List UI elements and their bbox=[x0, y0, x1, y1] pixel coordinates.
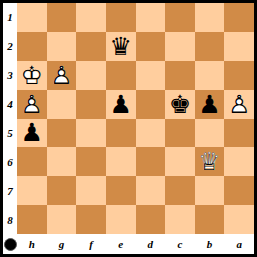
square-b4[interactable]: ♟ bbox=[195, 90, 225, 119]
square-a2[interactable] bbox=[224, 32, 254, 61]
square-e8[interactable] bbox=[106, 205, 136, 234]
white-pawn-glyph: ♙ bbox=[17, 90, 47, 119]
square-g2[interactable] bbox=[47, 32, 77, 61]
square-b6[interactable]: ♛♕ bbox=[195, 147, 225, 176]
white-pawn-piece: ♟♙ bbox=[17, 90, 47, 119]
file-label-d: d bbox=[136, 234, 166, 254]
square-d2[interactable] bbox=[136, 32, 166, 61]
square-a4[interactable]: ♟♙ bbox=[224, 90, 254, 119]
rank-label-7: 7 bbox=[3, 176, 17, 205]
white-pawn-piece: ♟♙ bbox=[47, 61, 77, 90]
square-h3[interactable]: ♚♔ bbox=[17, 61, 47, 90]
white-pawn-piece: ♟♙ bbox=[224, 90, 254, 119]
square-d6[interactable] bbox=[136, 147, 166, 176]
square-g8[interactable] bbox=[47, 205, 77, 234]
square-e1[interactable] bbox=[106, 3, 136, 32]
square-b8[interactable] bbox=[195, 205, 225, 234]
square-c4[interactable]: ♚ bbox=[165, 90, 195, 119]
square-g5[interactable] bbox=[47, 119, 77, 148]
black-queen-glyph: ♛ bbox=[106, 32, 136, 61]
white-pawn-glyph: ♙ bbox=[47, 61, 77, 90]
white-king-glyph: ♔ bbox=[17, 61, 47, 90]
square-b1[interactable] bbox=[195, 3, 225, 32]
black-pawn-glyph: ♟ bbox=[195, 90, 225, 119]
square-g4[interactable] bbox=[47, 90, 77, 119]
square-c2[interactable] bbox=[165, 32, 195, 61]
side-to-move-indicator bbox=[3, 234, 17, 254]
square-c5[interactable] bbox=[165, 119, 195, 148]
square-d5[interactable] bbox=[136, 119, 166, 148]
black-pawn-glyph: ♟ bbox=[17, 119, 47, 148]
file-label-c: c bbox=[165, 234, 195, 254]
square-d1[interactable] bbox=[136, 3, 166, 32]
rank-label-4: 4 bbox=[3, 90, 17, 119]
file-label-e: e bbox=[106, 234, 136, 254]
black-queen-piece: ♛ bbox=[106, 32, 136, 61]
square-d8[interactable] bbox=[136, 205, 166, 234]
square-d3[interactable] bbox=[136, 61, 166, 90]
square-b5[interactable] bbox=[195, 119, 225, 148]
square-h1[interactable] bbox=[17, 3, 47, 32]
black-pawn-piece: ♟ bbox=[17, 119, 47, 148]
square-h2[interactable] bbox=[17, 32, 47, 61]
square-a5[interactable] bbox=[224, 119, 254, 148]
black-king-glyph: ♚ bbox=[165, 90, 195, 119]
square-g3[interactable]: ♟♙ bbox=[47, 61, 77, 90]
square-a1[interactable] bbox=[224, 3, 254, 32]
square-g1[interactable] bbox=[47, 3, 77, 32]
rank-label-8: 8 bbox=[3, 205, 17, 234]
square-c8[interactable] bbox=[165, 205, 195, 234]
square-a7[interactable] bbox=[224, 176, 254, 205]
black-pawn-piece: ♟ bbox=[106, 90, 136, 119]
rank-label-2: 2 bbox=[3, 32, 17, 61]
rank-label-5: 5 bbox=[3, 119, 17, 148]
rank-label-1: 1 bbox=[3, 3, 17, 32]
white-queen-piece: ♛♕ bbox=[195, 147, 225, 176]
white-queen-glyph: ♕ bbox=[195, 147, 225, 176]
square-e7[interactable] bbox=[106, 176, 136, 205]
white-pawn-glyph: ♙ bbox=[224, 90, 254, 119]
square-f1[interactable] bbox=[76, 3, 106, 32]
file-label-f: f bbox=[76, 234, 106, 254]
square-f7[interactable] bbox=[76, 176, 106, 205]
file-label-b: b bbox=[195, 234, 225, 254]
black-to-move-disc-icon bbox=[4, 238, 17, 251]
chess-board: 12♛3♚♔♟♙4♟♙♟♚♟♟♙5♟6♛♕78hgfedcba bbox=[3, 3, 254, 254]
square-g7[interactable] bbox=[47, 176, 77, 205]
file-label-a: a bbox=[224, 234, 254, 254]
square-a6[interactable] bbox=[224, 147, 254, 176]
square-c6[interactable] bbox=[165, 147, 195, 176]
square-e4[interactable]: ♟ bbox=[106, 90, 136, 119]
square-b7[interactable] bbox=[195, 176, 225, 205]
square-h8[interactable] bbox=[17, 205, 47, 234]
square-f8[interactable] bbox=[76, 205, 106, 234]
file-label-g: g bbox=[47, 234, 77, 254]
square-c1[interactable] bbox=[165, 3, 195, 32]
square-h6[interactable] bbox=[17, 147, 47, 176]
white-king-piece: ♚♔ bbox=[17, 61, 47, 90]
square-e3[interactable] bbox=[106, 61, 136, 90]
black-king-piece: ♚ bbox=[165, 90, 195, 119]
file-label-h: h bbox=[17, 234, 47, 254]
square-f4[interactable] bbox=[76, 90, 106, 119]
square-h4[interactable]: ♟♙ bbox=[17, 90, 47, 119]
square-h5[interactable]: ♟ bbox=[17, 119, 47, 148]
square-e5[interactable] bbox=[106, 119, 136, 148]
square-e6[interactable] bbox=[106, 147, 136, 176]
square-a8[interactable] bbox=[224, 205, 254, 234]
square-g6[interactable] bbox=[47, 147, 77, 176]
square-b2[interactable] bbox=[195, 32, 225, 61]
square-b3[interactable] bbox=[195, 61, 225, 90]
chess-board-diagram: 12♛3♚♔♟♙4♟♙♟♚♟♟♙5♟6♛♕78hgfedcba bbox=[0, 0, 257, 257]
square-f3[interactable] bbox=[76, 61, 106, 90]
square-e2[interactable]: ♛ bbox=[106, 32, 136, 61]
black-pawn-piece: ♟ bbox=[195, 90, 225, 119]
square-f5[interactable] bbox=[76, 119, 106, 148]
rank-label-3: 3 bbox=[3, 61, 17, 90]
square-c7[interactable] bbox=[165, 176, 195, 205]
square-c3[interactable] bbox=[165, 61, 195, 90]
square-d7[interactable] bbox=[136, 176, 166, 205]
square-f2[interactable] bbox=[76, 32, 106, 61]
rank-label-6: 6 bbox=[3, 147, 17, 176]
black-pawn-glyph: ♟ bbox=[106, 90, 136, 119]
square-d4[interactable] bbox=[136, 90, 166, 119]
square-a3[interactable] bbox=[224, 61, 254, 90]
square-h7[interactable] bbox=[17, 176, 47, 205]
square-f6[interactable] bbox=[76, 147, 106, 176]
